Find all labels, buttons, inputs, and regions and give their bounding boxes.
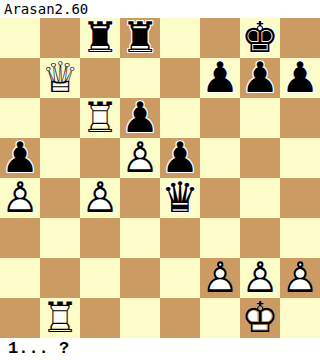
square-h8[interactable] bbox=[280, 18, 320, 58]
square-b2[interactable] bbox=[40, 258, 80, 298]
square-f7[interactable]: ♟ bbox=[200, 58, 240, 98]
square-a4[interactable]: ♟♙ bbox=[0, 178, 40, 218]
square-d4[interactable] bbox=[120, 178, 160, 218]
square-c2[interactable] bbox=[80, 258, 120, 298]
white-queen[interactable]: ♛♕ bbox=[40, 58, 80, 98]
square-a8[interactable] bbox=[0, 18, 40, 58]
white-piece-outline: ♙ bbox=[80, 178, 120, 218]
square-d2[interactable] bbox=[120, 258, 160, 298]
square-h4[interactable] bbox=[280, 178, 320, 218]
white-piece-outline: ♖ bbox=[80, 98, 120, 138]
square-e6[interactable] bbox=[160, 98, 200, 138]
square-d6[interactable]: ♟ bbox=[120, 98, 160, 138]
white-pawn[interactable]: ♟♙ bbox=[120, 138, 160, 178]
square-a7[interactable] bbox=[0, 58, 40, 98]
square-b7[interactable]: ♛♕ bbox=[40, 58, 80, 98]
square-b8[interactable] bbox=[40, 18, 80, 58]
square-b3[interactable] bbox=[40, 218, 80, 258]
white-pawn[interactable]: ♟♙ bbox=[280, 258, 320, 298]
black-queen[interactable]: ♛ bbox=[160, 178, 200, 218]
square-a1[interactable] bbox=[0, 298, 40, 338]
square-g1[interactable]: ♚♔ bbox=[240, 298, 280, 338]
white-piece-outline: ♙ bbox=[280, 258, 320, 298]
square-c6[interactable]: ♜♖ bbox=[80, 98, 120, 138]
square-h3[interactable] bbox=[280, 218, 320, 258]
square-b5[interactable] bbox=[40, 138, 80, 178]
square-f1[interactable] bbox=[200, 298, 240, 338]
square-e7[interactable] bbox=[160, 58, 200, 98]
white-piece-outline: ♙ bbox=[0, 178, 40, 218]
square-d1[interactable] bbox=[120, 298, 160, 338]
arasan-window: Arasan2.60 ♜♜♚♛♕♟♟♟♜♖♟♟♟♙♟♟♙♟♙♛♟♙♟♙♟♙♜♖♚… bbox=[0, 0, 320, 360]
square-c7[interactable] bbox=[80, 58, 120, 98]
square-d7[interactable] bbox=[120, 58, 160, 98]
square-b6[interactable] bbox=[40, 98, 80, 138]
black-pawn[interactable]: ♟ bbox=[280, 58, 320, 98]
black-pawn[interactable]: ♟ bbox=[200, 58, 240, 98]
white-piece-outline: ♖ bbox=[40, 298, 80, 338]
white-rook[interactable]: ♜♖ bbox=[80, 98, 120, 138]
white-piece-outline: ♔ bbox=[240, 298, 280, 338]
square-e2[interactable] bbox=[160, 258, 200, 298]
square-c4[interactable]: ♟♙ bbox=[80, 178, 120, 218]
square-g8[interactable]: ♚ bbox=[240, 18, 280, 58]
square-g3[interactable] bbox=[240, 218, 280, 258]
square-h2[interactable]: ♟♙ bbox=[280, 258, 320, 298]
black-rook[interactable]: ♜ bbox=[80, 18, 120, 58]
square-f2[interactable]: ♟♙ bbox=[200, 258, 240, 298]
white-pawn[interactable]: ♟♙ bbox=[80, 178, 120, 218]
white-piece-outline: ♙ bbox=[120, 138, 160, 178]
white-rook[interactable]: ♜♖ bbox=[40, 298, 80, 338]
square-d3[interactable] bbox=[120, 218, 160, 258]
square-a3[interactable] bbox=[0, 218, 40, 258]
square-a6[interactable] bbox=[0, 98, 40, 138]
square-b1[interactable]: ♜♖ bbox=[40, 298, 80, 338]
square-c8[interactable]: ♜ bbox=[80, 18, 120, 58]
square-f6[interactable] bbox=[200, 98, 240, 138]
square-g2[interactable]: ♟♙ bbox=[240, 258, 280, 298]
square-c3[interactable] bbox=[80, 218, 120, 258]
square-d8[interactable]: ♜ bbox=[120, 18, 160, 58]
square-h5[interactable] bbox=[280, 138, 320, 178]
square-f3[interactable] bbox=[200, 218, 240, 258]
square-h7[interactable]: ♟ bbox=[280, 58, 320, 98]
square-d5[interactable]: ♟♙ bbox=[120, 138, 160, 178]
square-g5[interactable] bbox=[240, 138, 280, 178]
black-rook[interactable]: ♜ bbox=[120, 18, 160, 58]
square-h6[interactable] bbox=[280, 98, 320, 138]
square-h1[interactable] bbox=[280, 298, 320, 338]
square-f4[interactable] bbox=[200, 178, 240, 218]
square-b4[interactable] bbox=[40, 178, 80, 218]
square-f8[interactable] bbox=[200, 18, 240, 58]
square-a5[interactable]: ♟ bbox=[0, 138, 40, 178]
square-e5[interactable]: ♟ bbox=[160, 138, 200, 178]
square-g7[interactable]: ♟ bbox=[240, 58, 280, 98]
square-e1[interactable] bbox=[160, 298, 200, 338]
chess-board[interactable]: ♜♜♚♛♕♟♟♟♜♖♟♟♟♙♟♟♙♟♙♛♟♙♟♙♟♙♜♖♚♔ bbox=[0, 18, 320, 338]
square-g6[interactable] bbox=[240, 98, 280, 138]
white-pawn[interactable]: ♟♙ bbox=[240, 258, 280, 298]
black-pawn[interactable]: ♟ bbox=[0, 138, 40, 178]
black-pawn[interactable]: ♟ bbox=[160, 138, 200, 178]
white-pawn[interactable]: ♟♙ bbox=[200, 258, 240, 298]
black-king[interactable]: ♚ bbox=[240, 18, 280, 58]
white-pawn[interactable]: ♟♙ bbox=[0, 178, 40, 218]
white-piece-outline: ♕ bbox=[40, 58, 80, 98]
square-g4[interactable] bbox=[240, 178, 280, 218]
black-pawn[interactable]: ♟ bbox=[240, 58, 280, 98]
square-e4[interactable]: ♛ bbox=[160, 178, 200, 218]
square-c1[interactable] bbox=[80, 298, 120, 338]
square-a2[interactable] bbox=[0, 258, 40, 298]
square-c5[interactable] bbox=[80, 138, 120, 178]
white-piece-outline: ♙ bbox=[240, 258, 280, 298]
square-e3[interactable] bbox=[160, 218, 200, 258]
black-pawn[interactable]: ♟ bbox=[120, 98, 160, 138]
white-king[interactable]: ♚♔ bbox=[240, 298, 280, 338]
square-e8[interactable] bbox=[160, 18, 200, 58]
square-f5[interactable] bbox=[200, 138, 240, 178]
white-piece-outline: ♙ bbox=[200, 258, 240, 298]
